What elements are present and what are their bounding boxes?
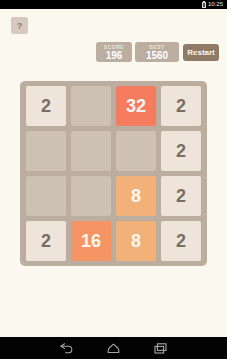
best-score-box: BEST 1560: [135, 42, 179, 62]
tile-8: 8: [116, 221, 156, 261]
empty-cell: [26, 176, 66, 216]
tile-8: 8: [116, 176, 156, 216]
help-button[interactable]: ?: [11, 17, 28, 34]
restart-button[interactable]: Restart: [183, 44, 219, 61]
empty-cell: [26, 131, 66, 171]
tile-2: 2: [161, 131, 201, 171]
back-icon[interactable]: [60, 343, 73, 354]
help-button-label: ?: [17, 21, 23, 31]
status-clock: 10:25: [208, 0, 223, 9]
tile-2: 2: [26, 86, 66, 126]
score-value: 196: [106, 50, 123, 61]
status-bar: 10:25: [0, 0, 227, 9]
empty-cell: [71, 176, 111, 216]
tile-2: 2: [161, 86, 201, 126]
restart-button-label: Restart: [187, 48, 215, 57]
best-value: 1560: [146, 50, 168, 61]
empty-cell: [71, 131, 111, 171]
battery-icon: [202, 2, 206, 8]
tile-2: 2: [26, 221, 66, 261]
app-screen: 10:25 ? SCORE 196 BEST 1560 Restart 2322…: [0, 0, 227, 359]
tile-2: 2: [161, 221, 201, 261]
navigation-bar: [0, 337, 227, 359]
score-box: SCORE 196: [96, 42, 132, 62]
board-grid[interactable]: 232228221682: [20, 81, 207, 266]
home-icon[interactable]: [107, 343, 120, 354]
tile-16: 16: [71, 221, 111, 261]
tile-2: 2: [161, 176, 201, 216]
recents-icon[interactable]: [154, 343, 167, 354]
empty-cell: [116, 131, 156, 171]
empty-cell: [71, 86, 111, 126]
tile-32: 32: [116, 86, 156, 126]
